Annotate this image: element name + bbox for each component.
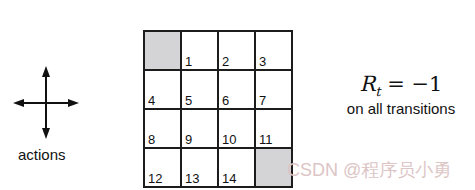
cell-number: 9 (182, 133, 192, 147)
cell-number: 5 (182, 94, 192, 108)
reward-value: = −1 (381, 72, 443, 96)
cell-number: 3 (256, 55, 266, 69)
gridworld-diagram: actions 1234567891011121314 Rt = −1 on a… (0, 0, 475, 190)
grid-cell: 8 (145, 110, 180, 147)
grid-cell: 10 (219, 110, 254, 147)
cell-number (256, 185, 259, 186)
grid-cell: 11 (256, 110, 291, 147)
cell-number: 8 (145, 133, 155, 147)
cell-number (145, 68, 148, 69)
grid-cell: 12 (145, 149, 180, 186)
cell-number: 2 (219, 55, 229, 69)
actions-cross-icon (12, 64, 80, 140)
cell-number: 1 (182, 55, 192, 69)
cell-number: 4 (145, 94, 155, 108)
cell-number: 10 (219, 133, 236, 147)
grid-cell: 3 (256, 32, 291, 69)
cell-number: 11 (256, 133, 273, 147)
cell-number: 7 (256, 94, 266, 108)
reward-annotation: Rt = −1 on all transitions (336, 72, 466, 117)
actions-label: actions (18, 146, 66, 163)
grid-cell: 9 (182, 110, 217, 147)
cell-number: 13 (182, 172, 199, 186)
cell-number: 6 (219, 94, 229, 108)
cell-number: 14 (219, 172, 236, 186)
grid-cell: 7 (256, 71, 291, 108)
terminal-cell (145, 32, 180, 69)
terminal-cell (256, 149, 291, 186)
cell-number: 12 (145, 172, 162, 186)
watermark-text: CSDN @程序员小勇 (287, 158, 451, 182)
reward-caption: on all transitions (336, 100, 466, 117)
grid-cell: 5 (182, 71, 217, 108)
gridworld-board: 1234567891011121314 (143, 30, 293, 188)
grid-cell: 14 (219, 149, 254, 186)
grid-cell: 4 (145, 71, 180, 108)
reward-symbol: R (360, 72, 376, 96)
grid-cell: 6 (219, 71, 254, 108)
grid-cell: 13 (182, 149, 217, 186)
reward-formula: Rt = −1 (336, 72, 466, 99)
grid-cell: 2 (219, 32, 254, 69)
grid-cell: 1 (182, 32, 217, 69)
